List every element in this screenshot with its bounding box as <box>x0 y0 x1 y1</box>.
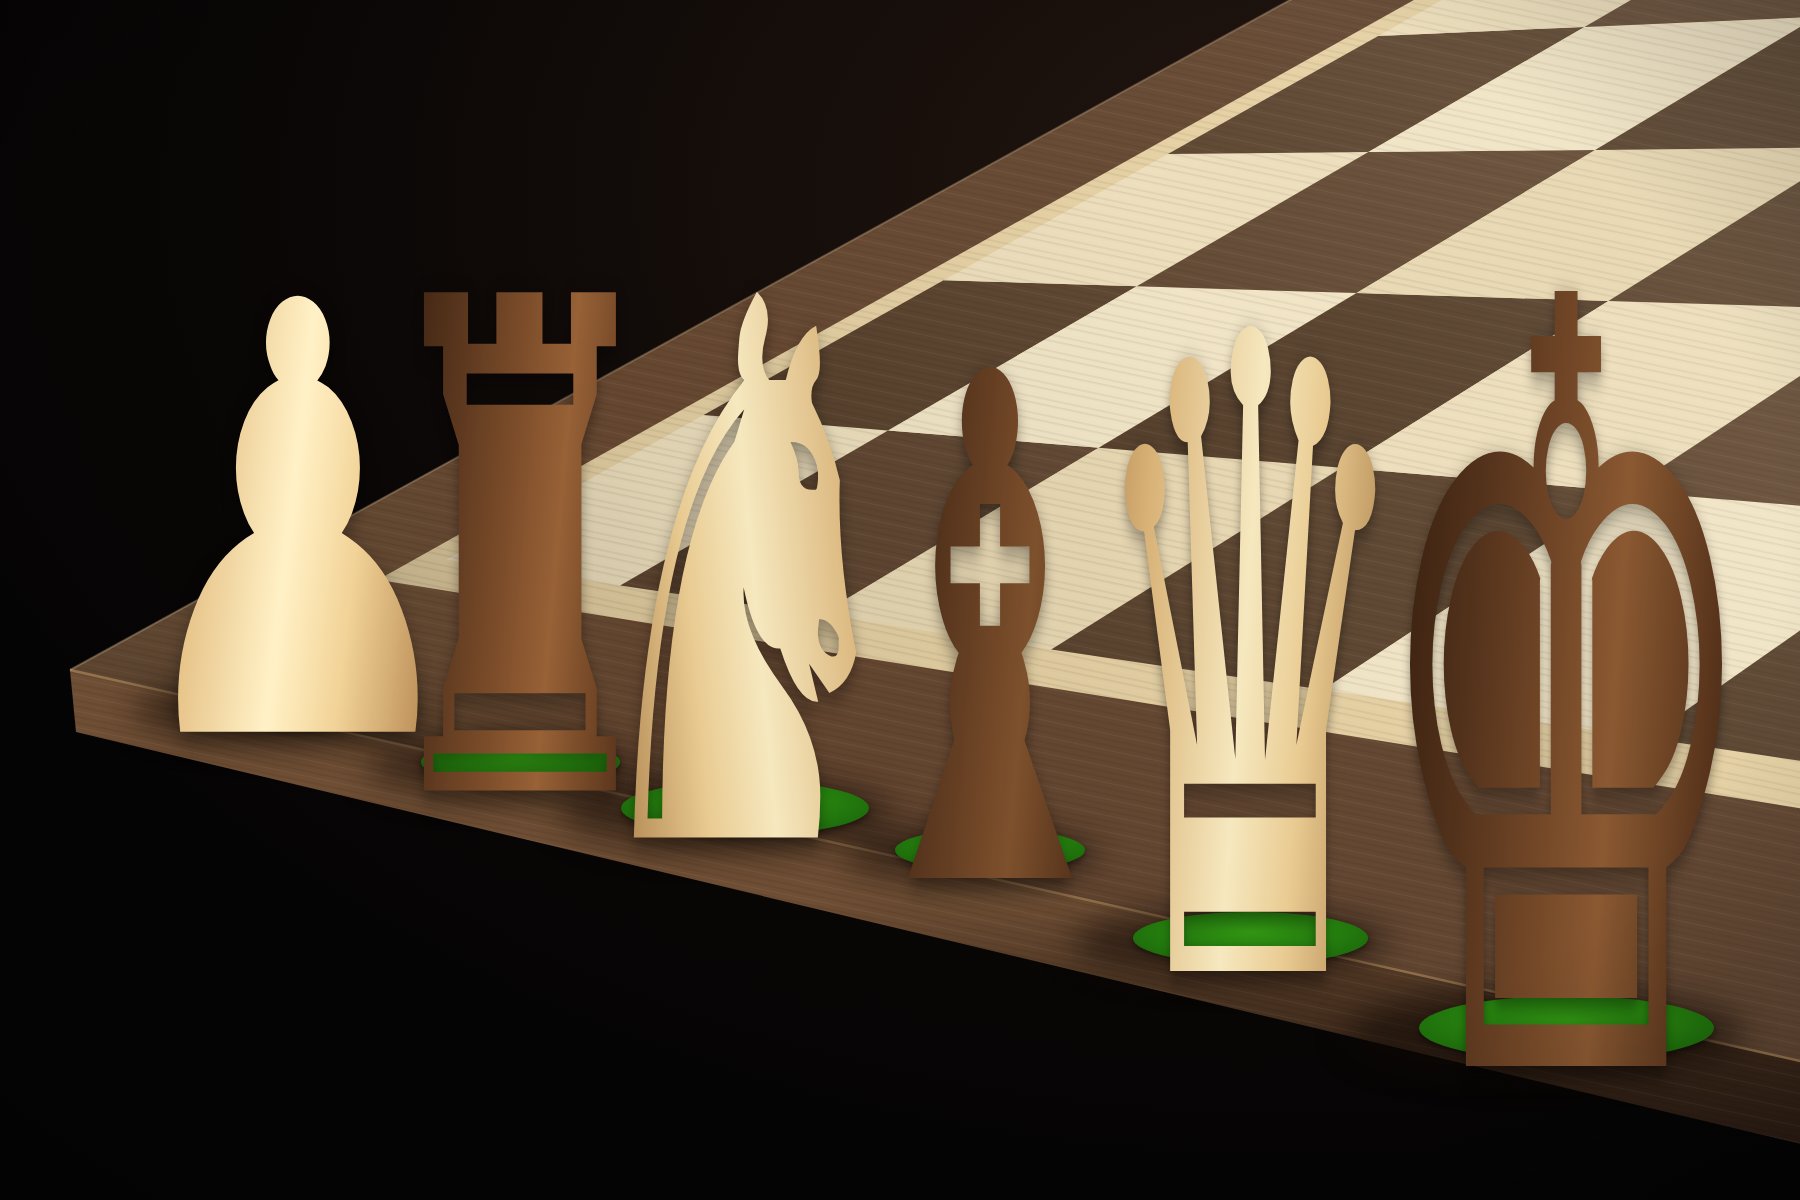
scene: ♟♜♞♝♛♚ <box>0 0 1800 1200</box>
king-glyph: ♚ <box>1366 168 1765 1200</box>
